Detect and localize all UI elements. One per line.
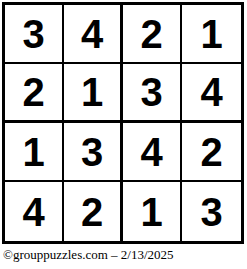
- cell-r3c4: 2: [182, 123, 241, 182]
- cell-r1c2: 4: [64, 5, 123, 64]
- cell-r1c4: 1: [182, 5, 241, 64]
- cell-r2c2: 1: [64, 64, 123, 123]
- cell-r2c3: 3: [123, 64, 182, 123]
- cell-r2c1: 2: [5, 64, 64, 123]
- cell-r3c2: 3: [64, 123, 123, 182]
- cell-r1c1: 3: [5, 5, 64, 64]
- cell-r2c4: 4: [182, 64, 241, 123]
- cell-r4c1: 4: [5, 182, 64, 241]
- puzzle-image: 3421213413424213 ©grouppuzzles.com – 2/1…: [0, 0, 247, 269]
- cell-r3c3: 4: [123, 123, 182, 182]
- cell-r4c2: 2: [64, 182, 123, 241]
- sudoku-board: 3421213413424213: [2, 2, 244, 244]
- cell-r4c4: 3: [182, 182, 241, 241]
- cell-r4c3: 1: [123, 182, 182, 241]
- cell-r1c3: 2: [123, 5, 182, 64]
- copyright-credit: ©grouppuzzles.com – 2/13/2025: [3, 247, 174, 263]
- cell-r3c1: 1: [5, 123, 64, 182]
